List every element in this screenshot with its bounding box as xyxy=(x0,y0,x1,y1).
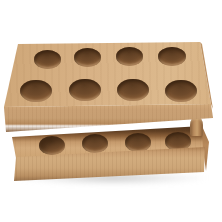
pit-lower-row-col3[interactable] xyxy=(125,133,151,152)
pit-upper-back-col1[interactable] xyxy=(34,50,61,69)
pit-lower-row-col2[interactable] xyxy=(82,134,108,153)
pit-upper-back-col4[interactable] xyxy=(158,47,186,66)
pit-lower-row-col4[interactable] xyxy=(165,132,191,151)
pit-upper-front-col2[interactable] xyxy=(69,79,101,101)
pit-upper-front-col3[interactable] xyxy=(117,79,149,101)
pit-lower-row-col1[interactable] xyxy=(39,136,65,155)
upper-tray-front-face xyxy=(0,0,222,222)
pit-upper-front-col1[interactable] xyxy=(20,80,52,102)
dowel-peg xyxy=(190,117,203,136)
pit-upper-front-col4[interactable] xyxy=(165,80,197,102)
pit-upper-back-col2[interactable] xyxy=(74,48,101,67)
pit-upper-back-col3[interactable] xyxy=(116,47,143,66)
board-photo xyxy=(0,0,222,222)
